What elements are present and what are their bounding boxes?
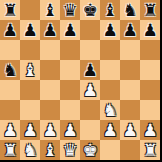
square-g5[interactable] bbox=[120, 60, 140, 80]
square-a6[interactable] bbox=[0, 40, 20, 60]
square-a1[interactable]: ♜ bbox=[0, 140, 20, 160]
square-h7[interactable]: ♟ bbox=[140, 20, 160, 40]
square-c5[interactable] bbox=[40, 60, 60, 80]
square-b5[interactable]: ♝ bbox=[20, 60, 40, 80]
square-f8[interactable]: ♝ bbox=[100, 0, 120, 20]
piece-black-pawn-d7[interactable]: ♟ bbox=[60, 20, 80, 40]
square-e4[interactable]: ♟ bbox=[80, 80, 100, 100]
square-g6[interactable] bbox=[120, 40, 140, 60]
chess-board-frame: ♜♝♛♚♝♞♜♟♟♟♟♟♟♟♞♝♟♟♞♟♟♟♟♟♟♟♜♞♝♛♚♜ bbox=[0, 0, 162, 162]
piece-white-pawn-f2[interactable]: ♟ bbox=[100, 120, 120, 140]
piece-white-pawn-g2[interactable]: ♟ bbox=[120, 120, 140, 140]
square-c4[interactable] bbox=[40, 80, 60, 100]
square-b3[interactable] bbox=[20, 100, 40, 120]
square-b1[interactable]: ♞ bbox=[20, 140, 40, 160]
square-d6[interactable] bbox=[60, 40, 80, 60]
piece-black-knight-g8[interactable]: ♞ bbox=[120, 0, 140, 20]
piece-black-pawn-c7[interactable]: ♟ bbox=[40, 20, 60, 40]
square-f4[interactable] bbox=[100, 80, 120, 100]
square-h6[interactable] bbox=[140, 40, 160, 60]
piece-black-pawn-h7[interactable]: ♟ bbox=[140, 20, 160, 40]
square-e5[interactable]: ♟ bbox=[80, 60, 100, 80]
piece-black-pawn-e5[interactable]: ♟ bbox=[80, 60, 100, 80]
square-e8[interactable]: ♚ bbox=[80, 0, 100, 20]
piece-black-pawn-b7[interactable]: ♟ bbox=[20, 20, 40, 40]
square-b8[interactable] bbox=[20, 0, 40, 20]
piece-white-pawn-c2[interactable]: ♟ bbox=[40, 120, 60, 140]
square-b2[interactable]: ♟ bbox=[20, 120, 40, 140]
piece-white-king-e1[interactable]: ♚ bbox=[80, 140, 100, 160]
piece-black-pawn-f7[interactable]: ♟ bbox=[100, 20, 120, 40]
square-d7[interactable]: ♟ bbox=[60, 20, 80, 40]
square-g7[interactable]: ♟ bbox=[120, 20, 140, 40]
square-b7[interactable]: ♟ bbox=[20, 20, 40, 40]
square-d1[interactable]: ♛ bbox=[60, 140, 80, 160]
square-g4[interactable] bbox=[120, 80, 140, 100]
piece-white-pawn-d2[interactable]: ♟ bbox=[60, 120, 80, 140]
square-d2[interactable]: ♟ bbox=[60, 120, 80, 140]
square-e3[interactable] bbox=[80, 100, 100, 120]
square-e7[interactable] bbox=[80, 20, 100, 40]
piece-black-pawn-g7[interactable]: ♟ bbox=[120, 20, 140, 40]
square-h2[interactable]: ♟ bbox=[140, 120, 160, 140]
square-b4[interactable] bbox=[20, 80, 40, 100]
square-d4[interactable] bbox=[60, 80, 80, 100]
piece-white-pawn-h2[interactable]: ♟ bbox=[140, 120, 160, 140]
square-c1[interactable]: ♝ bbox=[40, 140, 60, 160]
square-f3[interactable]: ♞ bbox=[100, 100, 120, 120]
square-c6[interactable] bbox=[40, 40, 60, 60]
square-g2[interactable]: ♟ bbox=[120, 120, 140, 140]
square-f7[interactable]: ♟ bbox=[100, 20, 120, 40]
square-f1[interactable] bbox=[100, 140, 120, 160]
square-g8[interactable]: ♞ bbox=[120, 0, 140, 20]
piece-black-bishop-c8[interactable]: ♝ bbox=[40, 0, 60, 20]
square-a8[interactable]: ♜ bbox=[0, 0, 20, 20]
square-c3[interactable] bbox=[40, 100, 60, 120]
square-h5[interactable] bbox=[140, 60, 160, 80]
square-f2[interactable]: ♟ bbox=[100, 120, 120, 140]
square-c2[interactable]: ♟ bbox=[40, 120, 60, 140]
piece-white-knight-f3[interactable]: ♞ bbox=[100, 100, 120, 120]
square-d3[interactable] bbox=[60, 100, 80, 120]
piece-white-pawn-e4[interactable]: ♟ bbox=[80, 80, 100, 100]
piece-white-bishop-b5[interactable]: ♝ bbox=[20, 60, 40, 80]
piece-white-queen-d1[interactable]: ♛ bbox=[60, 140, 80, 160]
square-e1[interactable]: ♚ bbox=[80, 140, 100, 160]
square-h4[interactable] bbox=[140, 80, 160, 100]
piece-white-knight-b1[interactable]: ♞ bbox=[20, 140, 40, 160]
square-h3[interactable] bbox=[140, 100, 160, 120]
square-e6[interactable] bbox=[80, 40, 100, 60]
square-f6[interactable] bbox=[100, 40, 120, 60]
piece-black-rook-a8[interactable]: ♜ bbox=[0, 0, 20, 20]
piece-black-king-e8[interactable]: ♚ bbox=[80, 0, 100, 20]
square-a3[interactable] bbox=[0, 100, 20, 120]
chess-board: ♜♝♛♚♝♞♜♟♟♟♟♟♟♟♞♝♟♟♞♟♟♟♟♟♟♟♜♞♝♛♚♜ bbox=[0, 0, 160, 160]
square-c8[interactable]: ♝ bbox=[40, 0, 60, 20]
square-e2[interactable] bbox=[80, 120, 100, 140]
square-g3[interactable] bbox=[120, 100, 140, 120]
square-c7[interactable]: ♟ bbox=[40, 20, 60, 40]
piece-black-bishop-f8[interactable]: ♝ bbox=[100, 0, 120, 20]
piece-white-rook-h1[interactable]: ♜ bbox=[140, 140, 160, 160]
piece-black-knight-a5[interactable]: ♞ bbox=[0, 60, 20, 80]
square-h1[interactable]: ♜ bbox=[140, 140, 160, 160]
piece-black-pawn-a7[interactable]: ♟ bbox=[0, 20, 20, 40]
square-a4[interactable] bbox=[0, 80, 20, 100]
square-d8[interactable]: ♛ bbox=[60, 0, 80, 20]
piece-white-pawn-a2[interactable]: ♟ bbox=[0, 120, 20, 140]
piece-black-rook-h8[interactable]: ♜ bbox=[140, 0, 160, 20]
piece-white-bishop-c1[interactable]: ♝ bbox=[40, 140, 60, 160]
piece-white-pawn-b2[interactable]: ♟ bbox=[20, 120, 40, 140]
square-f5[interactable] bbox=[100, 60, 120, 80]
square-d5[interactable] bbox=[60, 60, 80, 80]
square-b6[interactable] bbox=[20, 40, 40, 60]
square-h8[interactable]: ♜ bbox=[140, 0, 160, 20]
square-a7[interactable]: ♟ bbox=[0, 20, 20, 40]
square-a5[interactable]: ♞ bbox=[0, 60, 20, 80]
square-g1[interactable] bbox=[120, 140, 140, 160]
piece-black-queen-d8[interactable]: ♛ bbox=[60, 0, 80, 20]
square-a2[interactable]: ♟ bbox=[0, 120, 20, 140]
piece-white-rook-a1[interactable]: ♜ bbox=[0, 140, 20, 160]
